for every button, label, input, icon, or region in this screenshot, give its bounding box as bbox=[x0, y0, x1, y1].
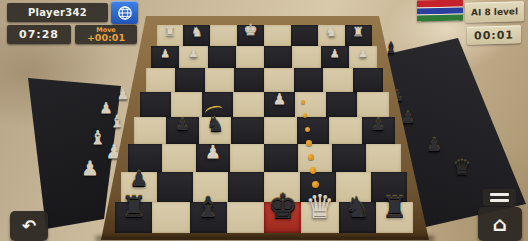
last-move-trail-dot bbox=[303, 113, 308, 118]
square-c4[interactable] bbox=[295, 92, 326, 117]
square-g8[interactable] bbox=[152, 202, 189, 233]
player-name-panel: Player342 bbox=[7, 3, 108, 22]
menu-bar-icon bbox=[490, 193, 509, 196]
piece-black-B-f8[interactable]: ♝ bbox=[196, 193, 221, 221]
player-clock: 07:28 bbox=[7, 25, 71, 44]
globe-icon bbox=[117, 5, 133, 21]
ai-clock: 00:01 bbox=[467, 25, 521, 44]
square-c5[interactable] bbox=[297, 117, 330, 144]
square-a6[interactable] bbox=[366, 144, 400, 172]
square-b5[interactable] bbox=[329, 117, 362, 144]
piece-white-P-h2[interactable]: ♟ bbox=[160, 48, 170, 59]
ai-clock-value: 00:01 bbox=[474, 28, 514, 42]
square-g6[interactable] bbox=[162, 144, 196, 172]
last-move-trail-dot bbox=[306, 140, 312, 146]
square-d3[interactable] bbox=[264, 68, 294, 92]
square-f3[interactable] bbox=[205, 68, 235, 92]
square-d2[interactable] bbox=[264, 46, 292, 68]
last-move-trail-dot bbox=[301, 100, 305, 104]
board-shadow bbox=[96, 236, 434, 241]
square-e7[interactable] bbox=[228, 172, 264, 202]
player-clock-value: 07:28 bbox=[19, 28, 59, 41]
square-h3[interactable] bbox=[146, 68, 176, 92]
square-g7[interactable] bbox=[157, 172, 193, 202]
square-e2[interactable] bbox=[236, 46, 264, 68]
last-move-trail-dot bbox=[305, 127, 310, 132]
gambia-flag bbox=[417, 0, 463, 22]
square-e3[interactable] bbox=[234, 68, 264, 92]
undo-icon: ↶ bbox=[22, 216, 36, 236]
square-c1[interactable] bbox=[291, 25, 318, 46]
ai-level-panel: AI 8 level bbox=[465, 1, 524, 23]
game-scene: ♟♟♝♝♟♟♝♟♟♟♟♛ ♜♞♚♞♜♟♟♟♟♟♟♛♜♝♚♞♜♟♟♞♟ Playe… bbox=[0, 0, 528, 241]
square-h4[interactable] bbox=[140, 92, 171, 117]
piece-white-Q-c8[interactable]: ♛ bbox=[305, 189, 335, 222]
piece-black-R-a8[interactable]: ♜ bbox=[381, 193, 407, 222]
last-move-trail-dot bbox=[308, 154, 314, 160]
square-c3[interactable] bbox=[294, 68, 324, 92]
piece-white-N-g1[interactable]: ♞ bbox=[191, 24, 203, 37]
menu-handle[interactable] bbox=[483, 189, 516, 206]
home-button[interactable]: ⌂ bbox=[478, 207, 522, 241]
square-a3[interactable] bbox=[353, 68, 383, 92]
piece-white-P-f6[interactable]: ♟ bbox=[205, 143, 221, 161]
piece-black-R-h8[interactable]: ♜ bbox=[121, 193, 147, 222]
square-a4[interactable] bbox=[357, 92, 388, 117]
square-b3[interactable] bbox=[323, 68, 353, 92]
home-icon: ⌂ bbox=[493, 212, 507, 236]
piece-white-P-a2[interactable]: ♟ bbox=[358, 48, 368, 59]
piece-white-P-g2[interactable]: ♟ bbox=[188, 48, 198, 59]
square-e8[interactable] bbox=[227, 202, 264, 233]
square-e5[interactable] bbox=[231, 117, 264, 144]
menu-bar-icon bbox=[490, 199, 509, 202]
globe-button[interactable] bbox=[111, 1, 138, 24]
square-h5[interactable] bbox=[134, 117, 167, 144]
square-b4[interactable] bbox=[326, 92, 357, 117]
ai-level-label: AI 8 level bbox=[471, 6, 518, 17]
increment-value: +00:01 bbox=[87, 33, 125, 43]
square-g3[interactable] bbox=[175, 68, 205, 92]
piece-white-P-b2[interactable]: ♟ bbox=[330, 48, 340, 59]
piece-white-R-a1[interactable]: ♜ bbox=[352, 24, 364, 37]
piece-black-P-h7[interactable]: ♟ bbox=[129, 169, 148, 190]
last-move-trail-dot bbox=[310, 167, 317, 174]
square-c2[interactable] bbox=[292, 46, 320, 68]
square-b6[interactable] bbox=[332, 144, 366, 172]
undo-button[interactable]: ↶ bbox=[10, 211, 48, 241]
square-e4[interactable] bbox=[233, 92, 264, 117]
square-e6[interactable] bbox=[230, 144, 264, 172]
piece-white-P-d4[interactable]: ♟ bbox=[273, 92, 286, 107]
square-f1[interactable] bbox=[210, 25, 237, 46]
piece-white-R-h1[interactable]: ♜ bbox=[164, 24, 176, 37]
piece-black-K-d8[interactable]: ♚ bbox=[267, 188, 297, 222]
piece-black-P-g5[interactable]: ♟ bbox=[175, 117, 189, 133]
square-d6[interactable] bbox=[264, 144, 298, 172]
piece-white-K-e1[interactable]: ♚ bbox=[243, 22, 257, 38]
square-d5[interactable] bbox=[264, 117, 297, 144]
move-increment-panel: Move +00:01 bbox=[75, 25, 137, 44]
square-g4[interactable] bbox=[171, 92, 202, 117]
piece-black-N-b8[interactable]: ♞ bbox=[345, 193, 370, 221]
square-f2[interactable] bbox=[208, 46, 236, 68]
square-d1[interactable] bbox=[264, 25, 291, 46]
piece-white-N-b1[interactable]: ♞ bbox=[325, 24, 337, 37]
piece-black-P-a5[interactable]: ♟ bbox=[371, 117, 385, 133]
player-name: Player342 bbox=[28, 7, 87, 18]
